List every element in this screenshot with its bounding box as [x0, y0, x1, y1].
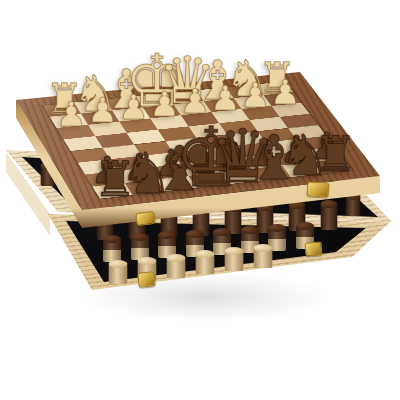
piece-light-pawn[interactable]: ♟ — [87, 93, 118, 127]
chess-pieces-layer: ♜♞♝♚♛♝♞♜♟♟♟♟♟♟♟♟♟♟♟♟♟♟♟♟♜♞♝♚♛♝♞♜ — [0, 0, 400, 400]
piece-light-pawn[interactable]: ♟ — [270, 75, 301, 109]
chess-set-product-photo: ♜♞♝♚♛♝♞♜♟♟♟♟♟♟♟♟♟♟♟♟♟♟♟♟♜♞♝♚♛♝♞♜ — [0, 0, 400, 400]
piece-light-pawn[interactable]: ♟ — [240, 78, 271, 112]
piece-dark-rook[interactable]: ♜ — [314, 130, 358, 179]
piece-light-pawn[interactable]: ♟ — [118, 90, 149, 124]
piece-light-pawn[interactable]: ♟ — [56, 97, 87, 131]
